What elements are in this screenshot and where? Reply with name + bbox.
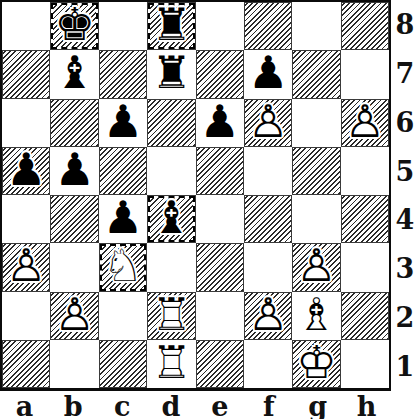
square-d7[interactable]: ♜♜ xyxy=(147,50,195,98)
square-h6[interactable]: ♟♙ xyxy=(341,99,389,147)
rank-labels: 87654321 xyxy=(391,0,419,391)
piece-white-rook[interactable]: ♜♖ xyxy=(147,292,195,340)
square-e1[interactable] xyxy=(196,340,244,388)
square-b4[interactable] xyxy=(50,195,98,243)
square-e3[interactable] xyxy=(196,243,244,291)
piece-outline-layer: ♙ xyxy=(248,98,288,143)
square-a2[interactable] xyxy=(2,292,50,340)
square-f8[interactable] xyxy=(244,2,292,50)
file-label-e: e xyxy=(196,391,245,419)
piece-white-rook[interactable]: ♜♖ xyxy=(147,340,195,388)
square-b3[interactable] xyxy=(50,243,98,291)
square-a7[interactable] xyxy=(2,50,50,98)
square-g1[interactable]: ♚♔ xyxy=(292,340,340,388)
square-a1[interactable] xyxy=(2,340,50,388)
piece-outline-layer: ♗ xyxy=(296,291,336,336)
piece-outline-layer: ♜ xyxy=(151,2,191,47)
file-label-g: g xyxy=(293,391,342,419)
square-c3[interactable]: ♞♘ xyxy=(99,243,147,291)
square-d5[interactable] xyxy=(147,147,195,195)
square-b5[interactable]: ♟♟ xyxy=(50,147,98,195)
square-d3[interactable] xyxy=(147,243,195,291)
piece-outline-layer: ♟ xyxy=(54,147,94,192)
square-h4[interactable] xyxy=(341,195,389,243)
piece-outline-layer: ♟ xyxy=(103,98,143,143)
square-g5[interactable] xyxy=(292,147,340,195)
square-f5[interactable] xyxy=(244,147,292,195)
square-f2[interactable]: ♟♙ xyxy=(244,292,292,340)
square-c7[interactable] xyxy=(99,50,147,98)
square-b1[interactable] xyxy=(50,340,98,388)
file-labels: abcdefgh xyxy=(0,391,391,419)
piece-black-pawn[interactable]: ♟♟ xyxy=(99,195,147,243)
square-g7[interactable] xyxy=(292,50,340,98)
piece-black-bishop[interactable]: ♝♝ xyxy=(147,195,195,243)
square-a4[interactable] xyxy=(2,195,50,243)
piece-outline-layer: ♖ xyxy=(151,291,191,336)
piece-white-pawn[interactable]: ♟♙ xyxy=(341,99,389,147)
piece-outline-layer: ♚ xyxy=(54,2,94,47)
square-d6[interactable] xyxy=(147,99,195,147)
square-b2[interactable]: ♟♙ xyxy=(50,292,98,340)
rank-label-5: 5 xyxy=(391,147,419,196)
square-c5[interactable] xyxy=(99,147,147,195)
piece-white-pawn[interactable]: ♟♙ xyxy=(50,292,98,340)
file-label-a: a xyxy=(0,391,49,419)
piece-white-pawn[interactable]: ♟♙ xyxy=(2,243,50,291)
square-f1[interactable] xyxy=(244,340,292,388)
square-g8[interactable] xyxy=(292,2,340,50)
square-d1[interactable]: ♜♖ xyxy=(147,340,195,388)
file-label-b: b xyxy=(49,391,98,419)
piece-outline-layer: ♟ xyxy=(200,98,240,143)
piece-black-rook[interactable]: ♜♜ xyxy=(147,50,195,98)
square-g4[interactable] xyxy=(292,195,340,243)
piece-white-knight[interactable]: ♞♘ xyxy=(99,243,147,291)
square-a5[interactable]: ♟♟ xyxy=(2,147,50,195)
piece-outline-layer: ♘ xyxy=(103,243,143,288)
rank-label-6: 6 xyxy=(391,98,419,147)
piece-white-pawn[interactable]: ♟♙ xyxy=(292,243,340,291)
square-h2[interactable] xyxy=(341,292,389,340)
piece-outline-layer: ♔ xyxy=(296,340,336,385)
piece-black-pawn[interactable]: ♟♟ xyxy=(244,50,292,98)
square-d8[interactable]: ♜♜ xyxy=(147,2,195,50)
square-e6[interactable]: ♟♟ xyxy=(196,99,244,147)
square-g2[interactable]: ♝♗ xyxy=(292,292,340,340)
piece-outline-layer: ♝ xyxy=(151,195,191,240)
piece-white-pawn[interactable]: ♟♙ xyxy=(244,99,292,147)
square-f7[interactable]: ♟♟ xyxy=(244,50,292,98)
piece-black-pawn[interactable]: ♟♟ xyxy=(50,147,98,195)
chess-board: ♚♚♜♜♝♝♜♜♟♟♟♟♟♟♟♙♟♙♟♟♟♟♟♟♝♝♟♙♞♘♟♙♟♙♜♖♟♙♝♗… xyxy=(0,0,391,391)
square-a6[interactable] xyxy=(2,99,50,147)
square-e2[interactable] xyxy=(196,292,244,340)
piece-black-rook[interactable]: ♜♜ xyxy=(147,2,195,50)
square-f3[interactable] xyxy=(244,243,292,291)
square-c1[interactable] xyxy=(99,340,147,388)
piece-outline-layer: ♜ xyxy=(151,50,191,95)
piece-black-king[interactable]: ♚♚ xyxy=(50,2,98,50)
square-c2[interactable] xyxy=(99,292,147,340)
square-h8[interactable] xyxy=(341,2,389,50)
square-b8[interactable]: ♚♚ xyxy=(50,2,98,50)
square-e8[interactable] xyxy=(196,2,244,50)
square-a8[interactable] xyxy=(2,2,50,50)
square-e5[interactable] xyxy=(196,147,244,195)
square-c8[interactable] xyxy=(99,2,147,50)
square-b7[interactable]: ♝♝ xyxy=(50,50,98,98)
rank-label-1: 1 xyxy=(391,342,419,391)
piece-outline-layer: ♖ xyxy=(151,340,191,385)
square-h1[interactable] xyxy=(341,340,389,388)
piece-outline-layer: ♟ xyxy=(103,195,143,240)
piece-outline-layer: ♙ xyxy=(345,98,385,143)
file-label-d: d xyxy=(147,391,196,419)
piece-outline-layer: ♙ xyxy=(248,291,288,336)
file-label-c: c xyxy=(98,391,147,419)
square-c6[interactable]: ♟♟ xyxy=(99,99,147,147)
square-d4[interactable]: ♝♝ xyxy=(147,195,195,243)
piece-black-pawn[interactable]: ♟♟ xyxy=(99,99,147,147)
square-b6[interactable] xyxy=(50,99,98,147)
piece-white-bishop[interactable]: ♝♗ xyxy=(292,292,340,340)
square-h7[interactable] xyxy=(341,50,389,98)
piece-outline-layer: ♟ xyxy=(6,147,46,192)
square-h5[interactable] xyxy=(341,147,389,195)
piece-white-pawn[interactable]: ♟♙ xyxy=(244,292,292,340)
piece-white-king[interactable]: ♚♔ xyxy=(292,340,340,388)
square-c4[interactable]: ♟♟ xyxy=(99,195,147,243)
square-e7[interactable] xyxy=(196,50,244,98)
piece-outline-layer: ♝ xyxy=(54,50,94,95)
rank-label-3: 3 xyxy=(391,244,419,293)
square-f6[interactable]: ♟♙ xyxy=(244,99,292,147)
square-h3[interactable] xyxy=(341,243,389,291)
piece-outline-layer: ♙ xyxy=(296,243,336,288)
piece-outline-layer: ♟ xyxy=(248,50,288,95)
rank-label-4: 4 xyxy=(391,196,419,245)
piece-black-bishop[interactable]: ♝♝ xyxy=(50,50,98,98)
rank-label-2: 2 xyxy=(391,293,419,342)
square-g3[interactable]: ♟♙ xyxy=(292,243,340,291)
piece-outline-layer: ♙ xyxy=(54,291,94,336)
square-f4[interactable] xyxy=(244,195,292,243)
square-a3[interactable]: ♟♙ xyxy=(2,243,50,291)
file-label-f: f xyxy=(244,391,293,419)
square-d2[interactable]: ♜♖ xyxy=(147,292,195,340)
rank-label-8: 8 xyxy=(391,0,419,49)
piece-black-pawn[interactable]: ♟♟ xyxy=(2,147,50,195)
file-label-h: h xyxy=(342,391,391,419)
piece-outline-layer: ♙ xyxy=(6,243,46,288)
rank-label-7: 7 xyxy=(391,49,419,98)
piece-black-pawn[interactable]: ♟♟ xyxy=(196,99,244,147)
square-e4[interactable] xyxy=(196,195,244,243)
chess-diagram: ♚♚♜♜♝♝♜♜♟♟♟♟♟♟♟♙♟♙♟♟♟♟♟♟♝♝♟♙♞♘♟♙♟♙♜♖♟♙♝♗… xyxy=(0,0,419,419)
square-g6[interactable] xyxy=(292,99,340,147)
